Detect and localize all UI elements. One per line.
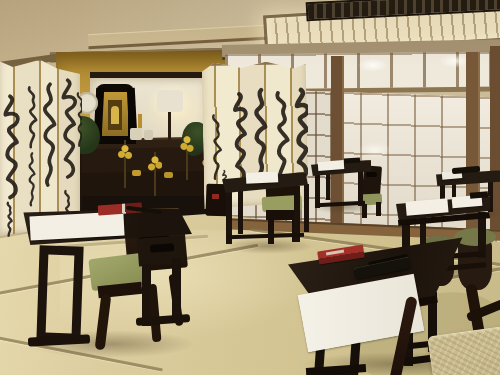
photo-temple-writing-room <box>0 0 500 375</box>
incense-burner <box>164 172 173 178</box>
bench-red-booklet <box>212 194 219 199</box>
gold-lotus-stand <box>148 152 162 196</box>
paper-sheet <box>246 171 279 184</box>
incense-burner <box>132 170 141 176</box>
desk-leg <box>304 184 309 232</box>
desk-panel-handle <box>150 243 174 253</box>
shoji-light-reflection <box>358 142 392 158</box>
chair-leg <box>376 202 381 216</box>
transom-light-reflection <box>358 58 388 72</box>
altar-candlestick <box>138 114 142 128</box>
paper-sheet <box>29 212 124 241</box>
desk-leg <box>172 258 181 316</box>
butsudan-statue <box>111 106 119 124</box>
paper-sheet <box>318 160 345 171</box>
table-lamp-shade <box>157 90 183 112</box>
altar-white-vessels <box>144 130 153 140</box>
chair-leg <box>268 218 274 244</box>
altar-white-vessels <box>130 128 142 140</box>
gold-lotus-stand <box>118 140 132 188</box>
desk-trestle-leg <box>36 245 83 342</box>
stool-cushion <box>454 228 496 246</box>
table-lamp-pole <box>168 112 171 140</box>
desk-leg <box>238 188 243 234</box>
chair-leg <box>362 204 367 218</box>
gold-lotus-stand <box>180 132 194 180</box>
desk-leg <box>326 172 330 200</box>
chair-back-slot <box>366 172 377 177</box>
